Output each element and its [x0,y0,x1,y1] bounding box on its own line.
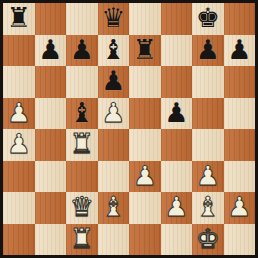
piece-white-bishop[interactable]: ♝ [101,193,125,220]
square-a8[interactable]: ♜ [3,3,35,35]
square-a3[interactable] [3,161,35,193]
square-b6[interactable] [35,66,67,98]
square-g1[interactable]: ♚ [192,224,224,256]
square-a2[interactable] [3,192,35,224]
square-d2[interactable]: ♝ [98,192,130,224]
square-a5[interactable]: ♟ [3,98,35,130]
square-c6[interactable] [66,66,98,98]
piece-black-rook[interactable]: ♜ [7,4,31,31]
piece-black-pawn[interactable]: ♟ [38,36,62,63]
square-d4[interactable] [98,129,130,161]
board-grid: ♜♛♚♟♟♝♜♟♟♟♟♝♟♟♟♜♟♟♛♝♟♝♟♜♚ [3,3,255,255]
square-f4[interactable] [161,129,193,161]
square-g3[interactable]: ♟ [192,161,224,193]
piece-black-queen[interactable]: ♛ [101,4,125,31]
square-c2[interactable]: ♛ [66,192,98,224]
piece-white-queen[interactable]: ♛ [70,193,94,220]
square-e4[interactable] [129,129,161,161]
square-f3[interactable] [161,161,193,193]
square-g5[interactable] [192,98,224,130]
piece-white-king[interactable]: ♚ [196,225,220,252]
square-h6[interactable] [224,66,256,98]
square-f6[interactable] [161,66,193,98]
square-e5[interactable] [129,98,161,130]
square-c8[interactable] [66,3,98,35]
square-h4[interactable] [224,129,256,161]
chess-board: ♜♛♚♟♟♝♜♟♟♟♟♝♟♟♟♜♟♟♛♝♟♝♟♜♚ [0,0,258,258]
square-e1[interactable] [129,224,161,256]
square-e6[interactable] [129,66,161,98]
square-h3[interactable] [224,161,256,193]
square-c1[interactable]: ♜ [66,224,98,256]
piece-white-pawn[interactable]: ♟ [164,193,188,220]
square-d7[interactable]: ♝ [98,35,130,67]
square-c5[interactable]: ♝ [66,98,98,130]
square-f8[interactable] [161,3,193,35]
square-f1[interactable] [161,224,193,256]
piece-black-pawn[interactable]: ♟ [196,36,220,63]
piece-white-bishop[interactable]: ♝ [196,193,220,220]
square-d6[interactable]: ♟ [98,66,130,98]
square-h8[interactable] [224,3,256,35]
square-h2[interactable]: ♟ [224,192,256,224]
piece-white-pawn[interactable]: ♟ [227,193,251,220]
square-b7[interactable]: ♟ [35,35,67,67]
square-e7[interactable]: ♜ [129,35,161,67]
square-g7[interactable]: ♟ [192,35,224,67]
square-c4[interactable]: ♜ [66,129,98,161]
piece-white-rook[interactable]: ♜ [70,225,94,252]
square-d8[interactable]: ♛ [98,3,130,35]
square-e8[interactable] [129,3,161,35]
piece-white-pawn[interactable]: ♟ [101,99,125,126]
piece-black-pawn[interactable]: ♟ [101,67,125,94]
square-d5[interactable]: ♟ [98,98,130,130]
square-a4[interactable]: ♟ [3,129,35,161]
piece-white-pawn[interactable]: ♟ [7,130,31,157]
square-d1[interactable] [98,224,130,256]
square-e3[interactable]: ♟ [129,161,161,193]
square-c3[interactable] [66,161,98,193]
square-e2[interactable] [129,192,161,224]
square-c7[interactable]: ♟ [66,35,98,67]
square-h5[interactable] [224,98,256,130]
square-h7[interactable]: ♟ [224,35,256,67]
square-g6[interactable] [192,66,224,98]
piece-white-pawn[interactable]: ♟ [7,99,31,126]
piece-black-king[interactable]: ♚ [196,4,220,31]
square-b2[interactable] [35,192,67,224]
piece-black-pawn[interactable]: ♟ [70,36,94,63]
piece-white-pawn[interactable]: ♟ [196,162,220,189]
square-b3[interactable] [35,161,67,193]
piece-black-rook[interactable]: ♜ [133,36,157,63]
square-a1[interactable] [3,224,35,256]
square-b5[interactable] [35,98,67,130]
piece-white-rook[interactable]: ♜ [70,130,94,157]
square-b8[interactable] [35,3,67,35]
square-b1[interactable] [35,224,67,256]
piece-white-pawn[interactable]: ♟ [133,162,157,189]
square-f2[interactable]: ♟ [161,192,193,224]
square-f7[interactable] [161,35,193,67]
square-a7[interactable] [3,35,35,67]
piece-black-pawn[interactable]: ♟ [164,99,188,126]
square-f5[interactable]: ♟ [161,98,193,130]
square-d3[interactable] [98,161,130,193]
square-a6[interactable] [3,66,35,98]
square-h1[interactable] [224,224,256,256]
square-b4[interactable] [35,129,67,161]
square-g8[interactable]: ♚ [192,3,224,35]
piece-black-bishop[interactable]: ♝ [101,36,125,63]
piece-black-pawn[interactable]: ♟ [227,36,251,63]
square-g2[interactable]: ♝ [192,192,224,224]
square-g4[interactable] [192,129,224,161]
piece-black-bishop[interactable]: ♝ [70,99,94,126]
